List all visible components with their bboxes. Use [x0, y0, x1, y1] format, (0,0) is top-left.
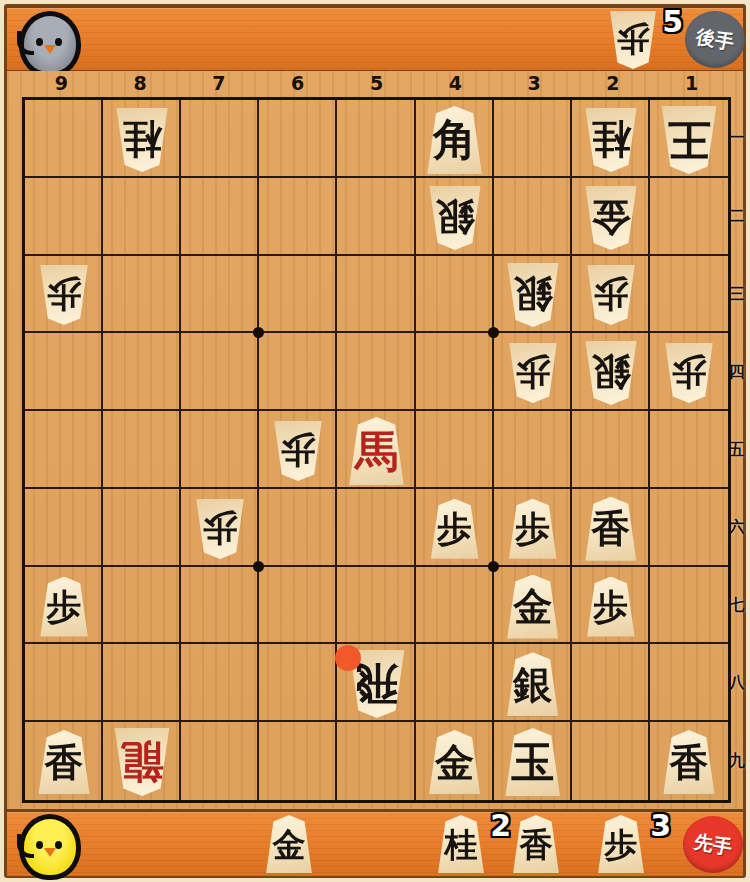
hand-piece-歩[interactable]: 歩	[595, 815, 647, 873]
sente-player-bar: 金桂2香歩3 先手	[7, 812, 743, 876]
piece-桂-21[interactable]: 桂	[582, 108, 640, 172]
sente-hand-金[interactable]: 金	[263, 815, 315, 873]
sente-hand-香[interactable]: 香	[510, 815, 562, 873]
rank-label-6: 六	[731, 489, 743, 567]
rank-label-1: 一	[731, 100, 743, 178]
piece-歩-76[interactable]: 歩	[193, 499, 247, 559]
shogi-board: 桂角桂王銀金歩銀歩歩銀歩歩馬歩歩歩香歩金歩飛銀香龍金玉香	[22, 97, 731, 803]
rank-label-2: 二	[731, 178, 743, 256]
piece-歩-27[interactable]: 歩	[584, 577, 638, 637]
gote-avatar-penguin-icon	[19, 11, 81, 77]
piece-銀-38[interactable]: 銀	[504, 652, 562, 716]
file-label-4: 4	[416, 72, 495, 95]
star-point	[253, 561, 264, 572]
piece-歩-34[interactable]: 歩	[506, 343, 560, 403]
piece-角-41[interactable]: 角	[424, 106, 486, 174]
hand-count: 2	[490, 811, 511, 841]
board-panel: 987654321 一二三四五六七八九 桂角桂王銀金歩銀歩歩銀歩歩馬歩歩歩香歩金…	[7, 71, 743, 809]
piece-銀-24[interactable]: 銀	[582, 341, 640, 405]
file-labels: 987654321	[22, 72, 731, 95]
sente-hand-歩[interactable]: 歩3	[595, 815, 647, 873]
chick-wing	[17, 834, 34, 858]
hand-piece-金[interactable]: 金	[263, 815, 315, 873]
star-point	[488, 327, 499, 338]
file-label-5: 5	[337, 72, 416, 95]
app-frame: 歩5 後手 987654321 一二三四五六七八九 桂角桂王銀金歩銀歩歩銀歩歩馬…	[4, 4, 746, 878]
file-label-1: 1	[652, 72, 731, 95]
piece-歩-65[interactable]: 歩	[271, 421, 325, 481]
piece-金-22[interactable]: 金	[582, 186, 640, 250]
sente-hand-桂[interactable]: 桂2	[435, 815, 487, 873]
file-label-3: 3	[495, 72, 574, 95]
piece-歩-97[interactable]: 歩	[37, 577, 91, 637]
rank-labels: 一二三四五六七八九	[731, 100, 743, 800]
file-label-6: 6	[258, 72, 337, 95]
sente-avatar-chick-icon	[19, 814, 81, 880]
hand-piece-歩[interactable]: 歩	[607, 11, 659, 69]
hand-count: 3	[650, 811, 671, 841]
hand-count: 5	[662, 7, 683, 37]
piece-香-99[interactable]: 香	[35, 730, 93, 794]
piece-歩-93[interactable]: 歩	[37, 265, 91, 325]
piece-香-19[interactable]: 香	[660, 730, 718, 794]
gote-badge-label: 後手	[694, 23, 736, 55]
piece-銀-33[interactable]: 銀	[504, 263, 562, 327]
file-label-7: 7	[180, 72, 259, 95]
penguin-wing	[17, 31, 34, 55]
file-label-8: 8	[101, 72, 180, 95]
file-label-9: 9	[22, 72, 101, 95]
sente-badge: 先手	[683, 816, 743, 873]
piece-歩-14[interactable]: 歩	[662, 343, 716, 403]
piece-金-49[interactable]: 金	[426, 730, 484, 794]
rank-label-7: 七	[731, 567, 743, 645]
gote-player-bar: 歩5 後手	[7, 8, 743, 70]
piece-金-37[interactable]: 金	[504, 575, 562, 639]
piece-桂-81[interactable]: 桂	[113, 108, 171, 172]
star-point	[488, 561, 499, 572]
rank-label-9: 九	[731, 722, 743, 800]
piece-玉-39[interactable]: 玉	[502, 728, 564, 796]
hand-piece-桂[interactable]: 桂	[435, 815, 487, 873]
piece-銀-42[interactable]: 銀	[426, 186, 484, 250]
gote-hand-歩[interactable]: 歩5	[607, 11, 659, 69]
rank-label-8: 八	[731, 644, 743, 722]
sente-badge-label: 先手	[692, 828, 734, 860]
piece-歩-46[interactable]: 歩	[428, 499, 482, 559]
star-point	[253, 327, 264, 338]
piece-馬-55[interactable]: 馬	[346, 417, 408, 485]
rank-label-5: 五	[731, 411, 743, 489]
piece-歩-23[interactable]: 歩	[584, 265, 638, 325]
gote-badge: 後手	[685, 11, 745, 68]
rank-label-4: 四	[731, 333, 743, 411]
piece-龍-89[interactable]: 龍	[111, 728, 173, 796]
file-label-2: 2	[573, 72, 652, 95]
piece-王-11[interactable]: 王	[658, 106, 720, 174]
piece-layer: 桂角桂王銀金歩銀歩歩銀歩歩馬歩歩歩香歩金歩飛銀香龍金玉香	[25, 100, 728, 800]
piece-歩-36[interactable]: 歩	[506, 499, 560, 559]
piece-香-26[interactable]: 香	[582, 497, 640, 561]
hand-piece-香[interactable]: 香	[510, 815, 562, 873]
rank-label-3: 三	[731, 256, 743, 334]
